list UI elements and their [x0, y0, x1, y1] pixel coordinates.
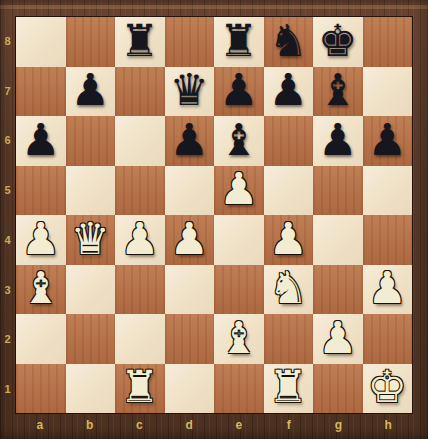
piece-white-pawn-d4[interactable]: ♟: [170, 217, 209, 261]
piece-black-king-g8[interactable]: ♚: [318, 19, 357, 63]
piece-black-pawn-e7[interactable]: ♟: [219, 68, 258, 112]
square-f8[interactable]: ♞: [264, 17, 314, 67]
rank-label-6: 6: [0, 116, 15, 166]
square-a8[interactable]: [16, 17, 66, 67]
piece-black-rook-e8[interactable]: ♜: [219, 19, 258, 63]
rank-label-3: 3: [0, 265, 15, 315]
piece-black-pawn-d6[interactable]: ♟: [170, 118, 209, 162]
square-f1[interactable]: ♜: [264, 364, 314, 414]
square-h5[interactable]: [363, 166, 413, 216]
square-d8[interactable]: [165, 17, 215, 67]
piece-white-rook-f1[interactable]: ♜: [269, 365, 308, 409]
piece-white-knight-f3[interactable]: ♞: [269, 266, 308, 310]
square-b5[interactable]: [66, 166, 116, 216]
square-f7[interactable]: ♟: [264, 67, 314, 117]
piece-black-pawn-b7[interactable]: ♟: [71, 68, 110, 112]
square-h1[interactable]: ♚: [363, 364, 413, 414]
square-c6[interactable]: [115, 116, 165, 166]
piece-black-bishop-e6[interactable]: ♝: [219, 118, 258, 162]
chess-board[interactable]: ♜♜♞♚♟♛♟♟♝♟♟♝♟♟♟♟♛♟♟♟♝♞♟♝♟♜♜♚: [15, 16, 413, 414]
square-g1[interactable]: [313, 364, 363, 414]
rank-label-7: 7: [0, 66, 15, 116]
square-a7[interactable]: [16, 67, 66, 117]
square-h7[interactable]: [363, 67, 413, 117]
square-e7[interactable]: ♟: [214, 67, 264, 117]
piece-white-pawn-c4[interactable]: ♟: [120, 217, 159, 261]
rank-label-2: 2: [0, 315, 15, 365]
square-g8[interactable]: ♚: [313, 17, 363, 67]
rank-labels: 87654321: [0, 16, 15, 414]
square-h6[interactable]: ♟: [363, 116, 413, 166]
square-c2[interactable]: [115, 314, 165, 364]
square-e1[interactable]: [214, 364, 264, 414]
square-b1[interactable]: [66, 364, 116, 414]
square-f2[interactable]: [264, 314, 314, 364]
square-e2[interactable]: ♝: [214, 314, 264, 364]
piece-white-bishop-a3[interactable]: ♝: [21, 266, 60, 310]
square-d3[interactable]: [165, 265, 215, 315]
square-f4[interactable]: ♟: [264, 215, 314, 265]
rank-label-4: 4: [0, 215, 15, 265]
square-c3[interactable]: [115, 265, 165, 315]
square-b6[interactable]: [66, 116, 116, 166]
piece-black-rook-c8[interactable]: ♜: [120, 19, 159, 63]
square-b3[interactable]: [66, 265, 116, 315]
piece-black-pawn-h6[interactable]: ♟: [368, 118, 407, 162]
file-label-d: d: [164, 413, 214, 439]
piece-white-queen-b4[interactable]: ♛: [71, 217, 110, 261]
square-a1[interactable]: [16, 364, 66, 414]
square-g6[interactable]: ♟: [313, 116, 363, 166]
square-e6[interactable]: ♝: [214, 116, 264, 166]
square-e8[interactable]: ♜: [214, 17, 264, 67]
rank-label-5: 5: [0, 165, 15, 215]
square-d1[interactable]: [165, 364, 215, 414]
square-g4[interactable]: [313, 215, 363, 265]
file-label-h: h: [363, 413, 413, 439]
piece-black-knight-f8[interactable]: ♞: [269, 19, 308, 63]
square-h8[interactable]: [363, 17, 413, 67]
square-f5[interactable]: [264, 166, 314, 216]
file-label-c: c: [115, 413, 165, 439]
square-b7[interactable]: ♟: [66, 67, 116, 117]
square-a3[interactable]: ♝: [16, 265, 66, 315]
piece-white-pawn-f4[interactable]: ♟: [269, 217, 308, 261]
piece-white-pawn-a4[interactable]: ♟: [21, 217, 60, 261]
square-d6[interactable]: ♟: [165, 116, 215, 166]
square-a2[interactable]: [16, 314, 66, 364]
piece-white-rook-c1[interactable]: ♜: [120, 365, 159, 409]
file-label-a: a: [15, 413, 65, 439]
square-d4[interactable]: ♟: [165, 215, 215, 265]
square-e4[interactable]: [214, 215, 264, 265]
square-h4[interactable]: [363, 215, 413, 265]
piece-white-pawn-g2[interactable]: ♟: [318, 316, 357, 360]
piece-white-bishop-e2[interactable]: ♝: [219, 316, 258, 360]
piece-black-pawn-g6[interactable]: ♟: [318, 118, 357, 162]
square-g7[interactable]: ♝: [313, 67, 363, 117]
file-label-e: e: [214, 413, 264, 439]
square-b2[interactable]: [66, 314, 116, 364]
file-labels: abcdefgh: [15, 413, 413, 439]
square-c5[interactable]: [115, 166, 165, 216]
square-c7[interactable]: [115, 67, 165, 117]
piece-black-queen-d7[interactable]: ♛: [170, 68, 209, 112]
rank-label-8: 8: [0, 16, 15, 66]
rank-label-1: 1: [0, 364, 15, 414]
square-h2[interactable]: [363, 314, 413, 364]
piece-black-pawn-f7[interactable]: ♟: [269, 68, 308, 112]
square-d5[interactable]: [165, 166, 215, 216]
square-b8[interactable]: [66, 17, 116, 67]
piece-white-king-h1[interactable]: ♚: [368, 365, 407, 409]
piece-white-pawn-h3[interactable]: ♟: [368, 266, 407, 310]
file-label-g: g: [314, 413, 364, 439]
file-label-b: b: [65, 413, 115, 439]
square-a6[interactable]: ♟: [16, 116, 66, 166]
file-label-f: f: [264, 413, 314, 439]
square-e3[interactable]: [214, 265, 264, 315]
square-f6[interactable]: [264, 116, 314, 166]
square-f3[interactable]: ♞: [264, 265, 314, 315]
piece-black-pawn-a6[interactable]: ♟: [21, 118, 60, 162]
square-c1[interactable]: ♜: [115, 364, 165, 414]
square-d7[interactable]: ♛: [165, 67, 215, 117]
square-b4[interactable]: ♛: [66, 215, 116, 265]
square-h3[interactable]: ♟: [363, 265, 413, 315]
square-a5[interactable]: [16, 166, 66, 216]
square-g2[interactable]: ♟: [313, 314, 363, 364]
square-a4[interactable]: ♟: [16, 215, 66, 265]
square-c8[interactable]: ♜: [115, 17, 165, 67]
square-e5[interactable]: ♟: [214, 166, 264, 216]
piece-black-bishop-g7[interactable]: ♝: [318, 68, 357, 112]
chess-board-frame: 87654321 ♜♜♞♚♟♛♟♟♝♟♟♝♟♟♟♟♛♟♟♟♝♞♟♝♟♜♜♚ ab…: [0, 0, 428, 439]
square-d2[interactable]: [165, 314, 215, 364]
piece-white-pawn-e5[interactable]: ♟: [219, 167, 258, 211]
square-g5[interactable]: [313, 166, 363, 216]
square-g3[interactable]: [313, 265, 363, 315]
square-c4[interactable]: ♟: [115, 215, 165, 265]
